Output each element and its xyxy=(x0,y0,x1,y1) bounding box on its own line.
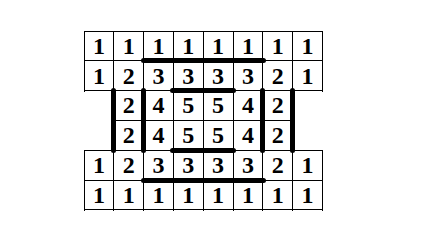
grid-cell-r1c7: 1 xyxy=(263,31,293,61)
grid-cell-r3c3: 4 xyxy=(144,91,174,121)
grid-cell-r5c5: 3 xyxy=(203,150,233,180)
grid-cell-r1c2: 1 xyxy=(114,31,144,61)
grid-cell-r5c6: 3 xyxy=(233,150,263,180)
grid-cell-r2c7: 2 xyxy=(263,61,293,91)
grid-cell-r3c5: 5 xyxy=(203,91,233,121)
grid-cell-r2c1: 1 xyxy=(84,61,114,91)
grid-cell-r4c6: 4 xyxy=(233,120,263,150)
grid-cell-r5c1: 1 xyxy=(84,150,114,180)
grid-cell-r1c4: 1 xyxy=(173,31,203,61)
grid-cell-r5c7: 2 xyxy=(263,150,293,180)
absent-cell-r4c1 xyxy=(84,120,114,150)
absent-cell-r3c8 xyxy=(293,91,323,121)
grid-cell-r1c1: 1 xyxy=(84,31,114,61)
grid-cell-r6c1: 1 xyxy=(84,180,114,210)
grid-cell-r6c7: 1 xyxy=(263,180,293,210)
grid-cell-r4c4: 5 xyxy=(173,120,203,150)
grid-cell-r3c2: 2 xyxy=(114,91,144,121)
grid-cell-r6c5: 1 xyxy=(203,180,233,210)
grid-cell-r5c3: 3 xyxy=(144,150,174,180)
absent-cell-r3c1 xyxy=(84,91,114,121)
absent-cell-r4c8 xyxy=(293,120,323,150)
grid-cell-r6c8: 1 xyxy=(293,180,323,210)
grid-cell-r1c8: 1 xyxy=(293,31,323,61)
grid-cell-r5c4: 3 xyxy=(173,150,203,180)
grid-cell-r6c2: 1 xyxy=(114,180,144,210)
grid-cell-r4c5: 5 xyxy=(203,120,233,150)
grid-cell-r3c7: 2 xyxy=(263,91,293,121)
grid-cell-r5c2: 2 xyxy=(114,150,144,180)
grid-cell-r3c6: 4 xyxy=(233,91,263,121)
grid-cell-r4c2: 2 xyxy=(114,120,144,150)
puzzle-board: 1111111112333321245542245542123333211111… xyxy=(84,31,322,210)
grid-cell-r6c4: 1 xyxy=(173,180,203,210)
grid-cell-r1c6: 1 xyxy=(233,31,263,61)
grid-cell-r2c5: 3 xyxy=(203,61,233,91)
grid-cell-r1c3: 1 xyxy=(144,31,174,61)
grid-cell-r4c3: 4 xyxy=(144,120,174,150)
grid-cell-r3c4: 5 xyxy=(173,91,203,121)
grid-cell-r2c6: 3 xyxy=(233,61,263,91)
puzzle-diagram-canvas: 1111111112333321245542245542123333211111… xyxy=(0,0,423,246)
grid-cell-r5c8: 1 xyxy=(293,150,323,180)
grid-cell-r4c7: 2 xyxy=(263,120,293,150)
grid-cell-r6c3: 1 xyxy=(144,180,174,210)
grid-cell-r2c2: 2 xyxy=(114,61,144,91)
grid-cell-r1c5: 1 xyxy=(203,31,233,61)
grid-cell-r2c8: 1 xyxy=(293,61,323,91)
grid-cell-r2c4: 3 xyxy=(173,61,203,91)
grid-cell-r2c3: 3 xyxy=(144,61,174,91)
grid-cell-r6c6: 1 xyxy=(233,180,263,210)
